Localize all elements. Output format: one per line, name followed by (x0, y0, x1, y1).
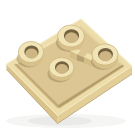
stud-left-hole-wall (25, 49, 37, 59)
lego-part-photo (0, 0, 135, 135)
stud-bottom-hole-wall (56, 64, 68, 74)
photo-canvas (0, 0, 135, 135)
stud-left (18, 41, 43, 66)
stud-right (92, 44, 118, 69)
stud-right-hole-wall (99, 51, 112, 61)
stud-top (58, 25, 85, 51)
stud-top-hole-wall (65, 32, 78, 43)
stud-bottom (49, 58, 74, 82)
